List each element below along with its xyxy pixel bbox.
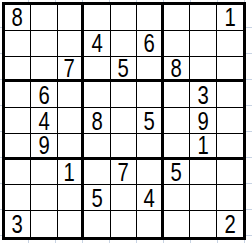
- digit: 8: [91, 108, 102, 133]
- cell-r2c6[interactable]: 6: [137, 31, 163, 57]
- cell-r1c9[interactable]: 1: [217, 5, 243, 31]
- cell-r5c3[interactable]: [58, 108, 84, 134]
- cell-r5c5[interactable]: [111, 108, 137, 134]
- cell-r6c1[interactable]: [5, 134, 31, 160]
- cell-r9c6[interactable]: [137, 211, 163, 237]
- cell-r2c2[interactable]: [31, 31, 57, 57]
- cell-r7c8[interactable]: [190, 160, 216, 186]
- digit: 9: [197, 108, 208, 133]
- cell-r3c9[interactable]: [217, 57, 243, 83]
- digit: 6: [39, 82, 50, 107]
- digit: 7: [118, 160, 129, 185]
- cell-r1c2[interactable]: [31, 5, 57, 31]
- cell-r6c4[interactable]: [84, 134, 110, 160]
- cell-r9c2[interactable]: [31, 211, 57, 237]
- sudoku-screenshot: 8146758634859911755432: [0, 0, 252, 243]
- cell-r1c6[interactable]: [137, 5, 163, 31]
- cell-r8c2[interactable]: [31, 185, 57, 211]
- cell-r7c5[interactable]: 7: [111, 160, 137, 186]
- digit: 1: [224, 5, 235, 30]
- cell-r4c1[interactable]: [5, 82, 31, 108]
- digit: 2: [224, 211, 235, 237]
- cell-r1c3[interactable]: [58, 5, 84, 31]
- cell-r8c9[interactable]: [217, 185, 243, 211]
- cell-r9c8[interactable]: [190, 211, 216, 237]
- cell-r1c1[interactable]: 8: [5, 5, 31, 31]
- cell-r8c1[interactable]: [5, 185, 31, 211]
- digit: 7: [64, 57, 75, 81]
- cell-r8c7[interactable]: [164, 185, 190, 211]
- cell-r7c4[interactable]: [84, 160, 110, 186]
- cell-r4c3[interactable]: [58, 82, 84, 108]
- cell-r3c8[interactable]: [190, 57, 216, 83]
- cell-r6c8[interactable]: 1: [190, 134, 216, 160]
- cell-r9c5[interactable]: [111, 211, 137, 237]
- cell-r7c2[interactable]: [31, 160, 57, 186]
- cell-r3c4[interactable]: [84, 57, 110, 83]
- digit: 5: [91, 185, 102, 210]
- cell-r2c7[interactable]: [164, 31, 190, 57]
- cell-r5c9[interactable]: [217, 108, 243, 134]
- cell-r8c4[interactable]: 5: [84, 185, 110, 211]
- cell-r7c1[interactable]: [5, 160, 31, 186]
- cell-r4c6[interactable]: [137, 82, 163, 108]
- cell-r9c9[interactable]: 2: [217, 211, 243, 237]
- cell-r3c1[interactable]: [5, 57, 31, 83]
- cell-r1c4[interactable]: [84, 5, 110, 31]
- digit: 4: [91, 31, 102, 56]
- cell-r5c4[interactable]: 8: [84, 108, 110, 134]
- digit: 4: [39, 108, 50, 133]
- digit: 5: [143, 108, 154, 133]
- cell-r3c7[interactable]: 8: [164, 57, 190, 83]
- cell-r3c5[interactable]: 5: [111, 57, 137, 83]
- cell-r5c2[interactable]: 4: [31, 108, 57, 134]
- cell-r5c6[interactable]: 5: [137, 108, 163, 134]
- cell-r6c3[interactable]: [58, 134, 84, 160]
- cell-r2c3[interactable]: [58, 31, 84, 57]
- cell-r8c3[interactable]: [58, 185, 84, 211]
- digit: 4: [143, 185, 154, 210]
- digit: 1: [197, 134, 208, 158]
- cell-r2c5[interactable]: [111, 31, 137, 57]
- cell-r4c4[interactable]: [84, 82, 110, 108]
- cell-r9c7[interactable]: [164, 211, 190, 237]
- cell-r2c8[interactable]: [190, 31, 216, 57]
- cell-r9c4[interactable]: [84, 211, 110, 237]
- digit: 5: [171, 160, 182, 185]
- cell-r9c1[interactable]: 3: [5, 211, 31, 237]
- cell-r6c6[interactable]: [137, 134, 163, 160]
- cell-r4c9[interactable]: [217, 82, 243, 108]
- cell-r6c5[interactable]: [111, 134, 137, 160]
- cell-r3c2[interactable]: [31, 57, 57, 83]
- cell-r6c2[interactable]: 9: [31, 134, 57, 160]
- digit: 6: [143, 31, 154, 56]
- cell-r6c9[interactable]: [217, 134, 243, 160]
- cell-r4c5[interactable]: [111, 82, 137, 108]
- digit: 1: [64, 160, 75, 185]
- cell-r8c8[interactable]: [190, 185, 216, 211]
- cell-r7c3[interactable]: 1: [58, 160, 84, 186]
- cell-r6c7[interactable]: [164, 134, 190, 160]
- digit: 5: [118, 57, 129, 81]
- cell-r4c2[interactable]: 6: [31, 82, 57, 108]
- cell-r7c6[interactable]: [137, 160, 163, 186]
- cell-r2c1[interactable]: [5, 31, 31, 57]
- cell-r1c5[interactable]: [111, 5, 137, 31]
- cell-r3c6[interactable]: [137, 57, 163, 83]
- cell-r2c9[interactable]: [217, 31, 243, 57]
- digit: 8: [171, 57, 182, 81]
- cell-r5c1[interactable]: [5, 108, 31, 134]
- digit: 9: [39, 134, 50, 158]
- digit: 8: [12, 5, 23, 30]
- cell-r4c7[interactable]: [164, 82, 190, 108]
- digit: 3: [197, 82, 208, 107]
- cell-r1c7[interactable]: [164, 5, 190, 31]
- cell-r1c8[interactable]: [190, 5, 216, 31]
- cell-r3c3[interactable]: 7: [58, 57, 84, 83]
- digit: 3: [12, 211, 23, 237]
- cell-r8c5[interactable]: [111, 185, 137, 211]
- cell-r7c7[interactable]: 5: [164, 160, 190, 186]
- sudoku-board: 8146758634859911755432: [2, 2, 246, 240]
- cell-r7c9[interactable]: [217, 160, 243, 186]
- cell-r5c7[interactable]: [164, 108, 190, 134]
- cell-r8c6[interactable]: 4: [137, 185, 163, 211]
- cell-r5c8[interactable]: 9: [190, 108, 216, 134]
- cell-r4c8[interactable]: 3: [190, 82, 216, 108]
- cell-r9c3[interactable]: [58, 211, 84, 237]
- cell-r2c4[interactable]: 4: [84, 31, 110, 57]
